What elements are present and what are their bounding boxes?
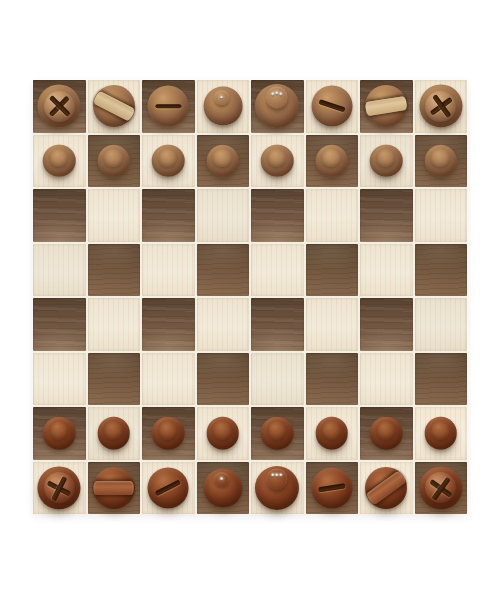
- square-b2[interactable]: [88, 407, 141, 460]
- piece-white-knight-g1[interactable]: [365, 467, 407, 509]
- jewel-mark: [276, 473, 279, 476]
- square-h8[interactable]: [415, 80, 468, 133]
- square-f6[interactable]: [306, 189, 359, 242]
- square-h1[interactable]: [415, 462, 468, 515]
- square-e5[interactable]: [251, 244, 304, 297]
- rot-mark: [141, 460, 196, 515]
- square-c2[interactable]: [142, 407, 195, 460]
- piece-white-pawn-c2[interactable]: [152, 417, 185, 450]
- rot-mark: [93, 467, 135, 509]
- knob-mark: [158, 420, 178, 440]
- jewel-mark: [221, 96, 224, 99]
- square-a6[interactable]: [33, 189, 86, 242]
- jewel-mark: [271, 474, 274, 477]
- piece-black-pawn-a7[interactable]: [43, 144, 76, 177]
- piece-white-bishop-f1[interactable]: [311, 467, 352, 508]
- square-d3[interactable]: [197, 353, 250, 406]
- slot-mark: [319, 100, 345, 112]
- square-c1[interactable]: [142, 462, 195, 515]
- jewel-mark: [280, 474, 283, 477]
- square-a7[interactable]: [33, 135, 86, 188]
- piece-black-pawn-b7[interactable]: [97, 144, 130, 177]
- square-d4[interactable]: [197, 298, 250, 351]
- square-e8[interactable]: [251, 80, 304, 133]
- square-a5[interactable]: [33, 244, 86, 297]
- square-b3[interactable]: [88, 353, 141, 406]
- square-c5[interactable]: [142, 244, 195, 297]
- piece-white-pawn-f2[interactable]: [315, 417, 348, 450]
- nub-mark: [215, 472, 230, 487]
- piece-black-pawn-d7[interactable]: [206, 144, 239, 177]
- square-e1[interactable]: [251, 462, 304, 515]
- piece-black-bishop-c8[interactable]: [148, 86, 189, 127]
- piece-white-pawn-d2[interactable]: [206, 417, 239, 450]
- piece-black-knight-b8[interactable]: [93, 85, 135, 127]
- piece-black-pawn-f7[interactable]: [315, 144, 348, 177]
- jewel-mark: [280, 92, 283, 95]
- jewel-mark: [271, 92, 274, 95]
- piece-white-pawn-e2[interactable]: [261, 417, 294, 450]
- square-e2[interactable]: [251, 407, 304, 460]
- piece-black-rook-h8[interactable]: [419, 85, 462, 128]
- head-mark: [267, 468, 288, 489]
- rot-mark: [362, 82, 410, 130]
- square-b4[interactable]: [88, 298, 141, 351]
- slot-mark: [155, 104, 181, 109]
- square-h4[interactable]: [415, 298, 468, 351]
- piece-white-bishop-c1[interactable]: [148, 467, 189, 508]
- piece-black-pawn-h7[interactable]: [424, 144, 457, 177]
- square-b6[interactable]: [88, 189, 141, 242]
- square-f1[interactable]: [306, 462, 359, 515]
- square-c8[interactable]: [142, 80, 195, 133]
- knob-mark: [321, 420, 341, 440]
- piece-white-rook-a1[interactable]: [38, 466, 81, 509]
- square-c4[interactable]: [142, 298, 195, 351]
- square-g8[interactable]: [360, 80, 413, 133]
- piece-white-rook-h1[interactable]: [419, 466, 462, 509]
- jewel-mark: [276, 91, 279, 94]
- square-e6[interactable]: [251, 189, 304, 242]
- piece-black-knight-g8[interactable]: [365, 85, 407, 127]
- chess-board: [33, 80, 467, 514]
- square-f2[interactable]: [306, 407, 359, 460]
- piece-white-pawn-h2[interactable]: [424, 417, 457, 450]
- knob-mark: [376, 420, 396, 440]
- square-f3[interactable]: [306, 353, 359, 406]
- band-mark: [366, 470, 407, 505]
- piece-black-pawn-e7[interactable]: [261, 144, 294, 177]
- square-d1[interactable]: [197, 462, 250, 515]
- knob-mark: [49, 420, 69, 440]
- square-h3[interactable]: [415, 353, 468, 406]
- square-d7[interactable]: [197, 135, 250, 188]
- piece-black-queen-d8[interactable]: [203, 87, 242, 126]
- square-a8[interactable]: [33, 80, 86, 133]
- square-g5[interactable]: [360, 244, 413, 297]
- piece-white-knight-b1[interactable]: [93, 467, 135, 509]
- square-h6[interactable]: [415, 189, 468, 242]
- rot-mark: [357, 458, 416, 517]
- square-a3[interactable]: [33, 353, 86, 406]
- rot-mark: [306, 80, 358, 132]
- head-mark: [267, 87, 288, 108]
- knob-mark: [376, 148, 396, 168]
- square-b1[interactable]: [88, 462, 141, 515]
- band-mark: [92, 91, 135, 122]
- square-g4[interactable]: [360, 298, 413, 351]
- knob-mark: [103, 420, 123, 440]
- square-h7[interactable]: [415, 135, 468, 188]
- square-e3[interactable]: [251, 353, 304, 406]
- square-d2[interactable]: [197, 407, 250, 460]
- square-a1[interactable]: [33, 462, 86, 515]
- square-a4[interactable]: [33, 298, 86, 351]
- square-g6[interactable]: [360, 189, 413, 242]
- square-e4[interactable]: [251, 298, 304, 351]
- band-mark: [365, 96, 407, 116]
- square-g7[interactable]: [360, 135, 413, 188]
- rot-mark: [29, 76, 90, 137]
- square-c7[interactable]: [142, 135, 195, 188]
- piece-black-bishop-f8[interactable]: [311, 86, 352, 127]
- nub-mark: [215, 90, 230, 105]
- slot-mark: [156, 480, 181, 496]
- piece-black-pawn-c7[interactable]: [152, 144, 185, 177]
- square-g2[interactable]: [360, 407, 413, 460]
- rot-mark: [308, 464, 355, 511]
- square-b8[interactable]: [88, 80, 141, 133]
- rot-mark: [411, 458, 471, 518]
- knob-mark: [158, 148, 178, 168]
- square-f5[interactable]: [306, 244, 359, 297]
- rot-mark: [30, 459, 88, 517]
- square-b5[interactable]: [88, 244, 141, 297]
- piece-white-pawn-g2[interactable]: [370, 417, 403, 450]
- square-h5[interactable]: [415, 244, 468, 297]
- knob-mark: [430, 420, 450, 440]
- piece-white-pawn-b2[interactable]: [97, 417, 130, 450]
- square-b7[interactable]: [88, 135, 141, 188]
- piece-black-rook-a8[interactable]: [38, 85, 81, 128]
- piece-black-king-e8[interactable]: [255, 84, 299, 128]
- knob-mark: [212, 420, 232, 440]
- square-d5[interactable]: [197, 244, 250, 297]
- square-h2[interactable]: [415, 407, 468, 460]
- square-d6[interactable]: [197, 189, 250, 242]
- slot-mark: [318, 483, 345, 492]
- knob-mark: [430, 148, 450, 168]
- square-d8[interactable]: [197, 80, 250, 133]
- piece-black-pawn-g7[interactable]: [370, 144, 403, 177]
- rot-mark: [411, 76, 471, 136]
- knob-mark: [321, 148, 341, 168]
- rot-mark: [148, 86, 189, 127]
- square-f7[interactable]: [306, 135, 359, 188]
- rot-mark: [86, 78, 142, 134]
- knob-mark: [267, 148, 287, 168]
- square-e7[interactable]: [251, 135, 304, 188]
- knob-mark: [49, 148, 69, 168]
- square-g3[interactable]: [360, 353, 413, 406]
- piece-white-queen-d1[interactable]: [203, 468, 242, 507]
- piece-white-pawn-a2[interactable]: [43, 417, 76, 450]
- square-c6[interactable]: [142, 189, 195, 242]
- knob-mark: [212, 148, 232, 168]
- square-g1[interactable]: [360, 462, 413, 515]
- knob-mark: [267, 420, 287, 440]
- band-mark: [93, 481, 134, 495]
- square-c3[interactable]: [142, 353, 195, 406]
- product-photo: [0, 0, 500, 600]
- knob-mark: [103, 148, 123, 168]
- jewel-mark: [221, 477, 224, 480]
- square-f4[interactable]: [306, 298, 359, 351]
- square-a2[interactable]: [33, 407, 86, 460]
- square-f8[interactable]: [306, 80, 359, 133]
- piece-white-king-e1[interactable]: [255, 466, 299, 510]
